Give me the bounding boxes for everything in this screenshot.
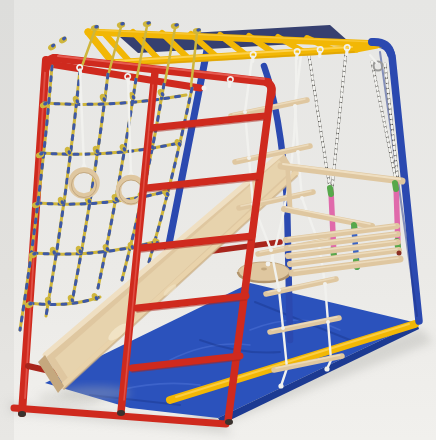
- swing-left-post: [288, 170, 290, 210]
- swing-connector: [397, 251, 402, 256]
- gym-photo: [0, 0, 436, 440]
- play-gym-product-photo: [0, 0, 436, 440]
- swing-post-pink: [331, 191, 334, 256]
